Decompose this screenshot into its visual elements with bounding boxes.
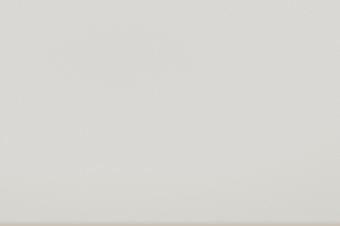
chess-set-photo: ♟♞♜♝♛♚♚♛♝♜♞♟	[0, 0, 340, 226]
paper-texture	[0, 0, 340, 226]
table-edge	[0, 220, 340, 226]
